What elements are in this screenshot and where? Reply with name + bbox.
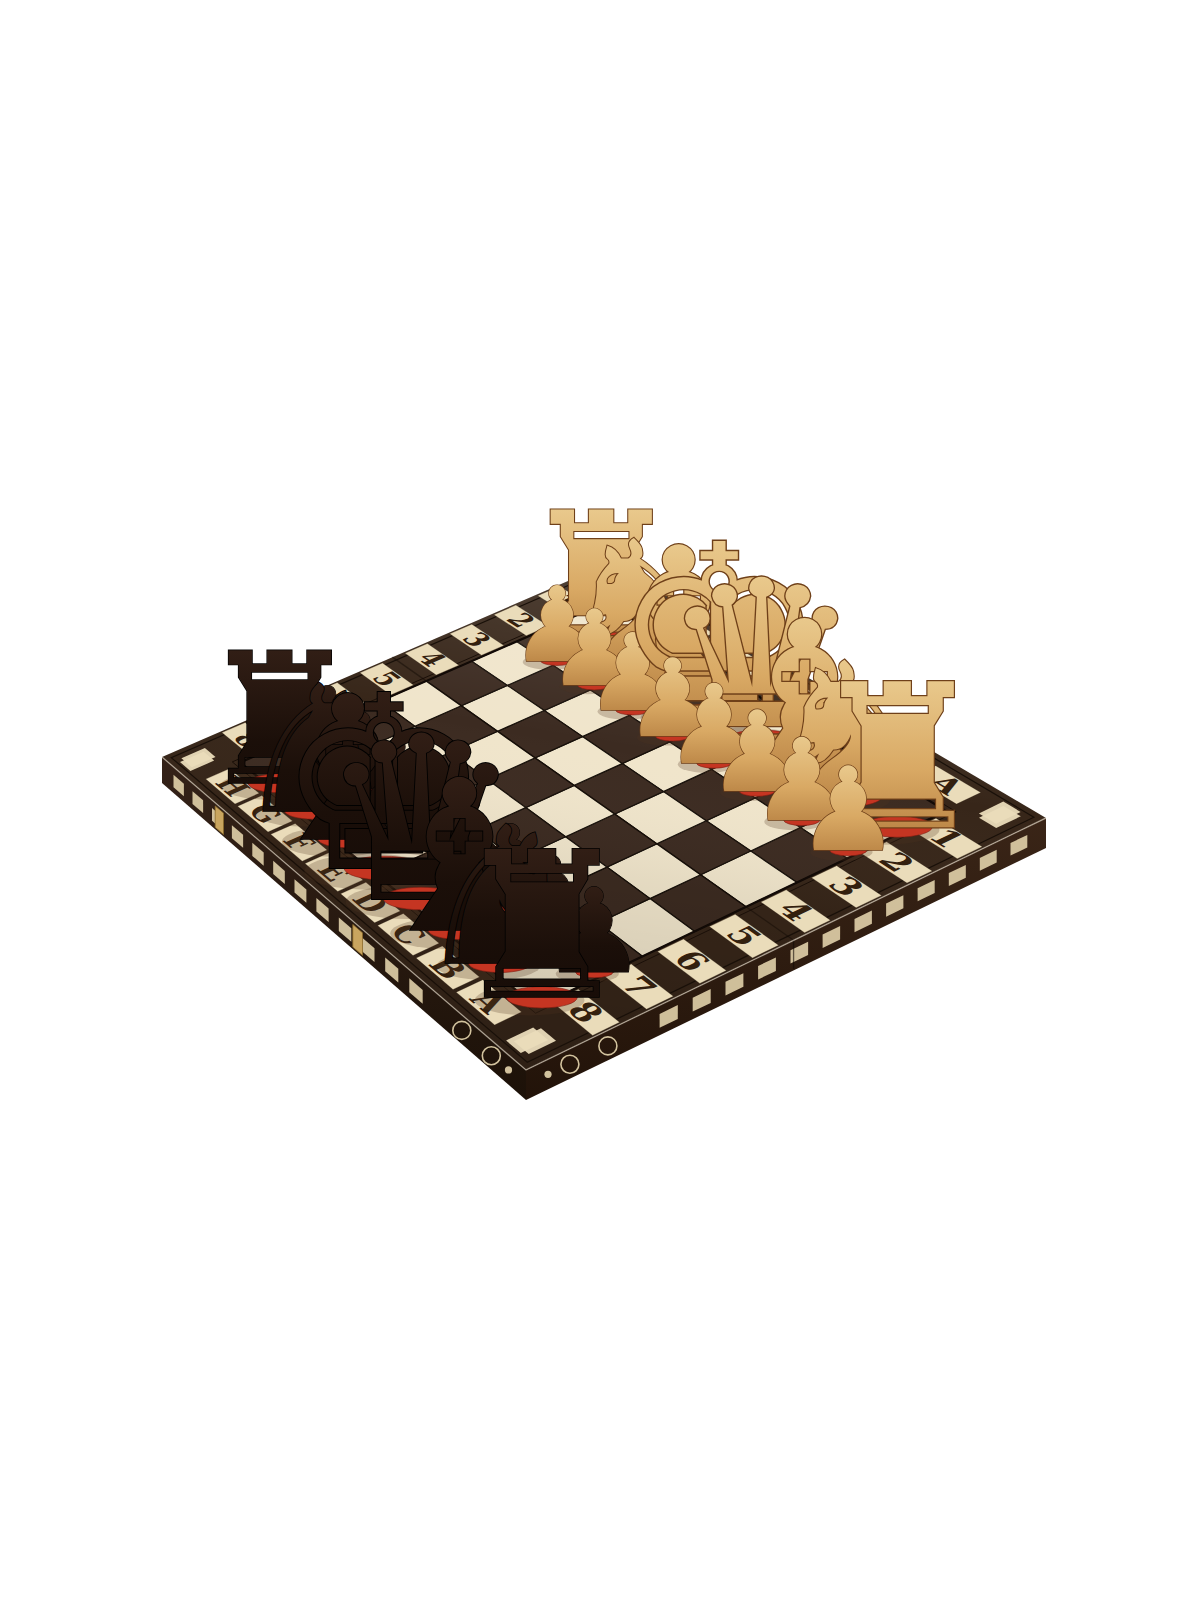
piece-a8-black-rook[interactable]: ♜ [451,809,633,1045]
product-photo-canvas: AABBCCDDEEFFGGHH1122334455667788♜♟♞♟♝♟♚♟… [0,0,1200,1600]
white-pawn-glyph: ♟ [796,742,900,877]
side-floral-dot [505,1066,512,1073]
chess-board-3d-scene: AABBCCDDEEFFGGHH1122334455667788♜♟♞♟♝♟♚♟… [0,0,1200,1600]
black-rook-glyph: ♜ [451,809,633,1045]
piece-a2-white-pawn[interactable]: ♟ [796,742,900,877]
side-floral-dot [544,1071,551,1078]
